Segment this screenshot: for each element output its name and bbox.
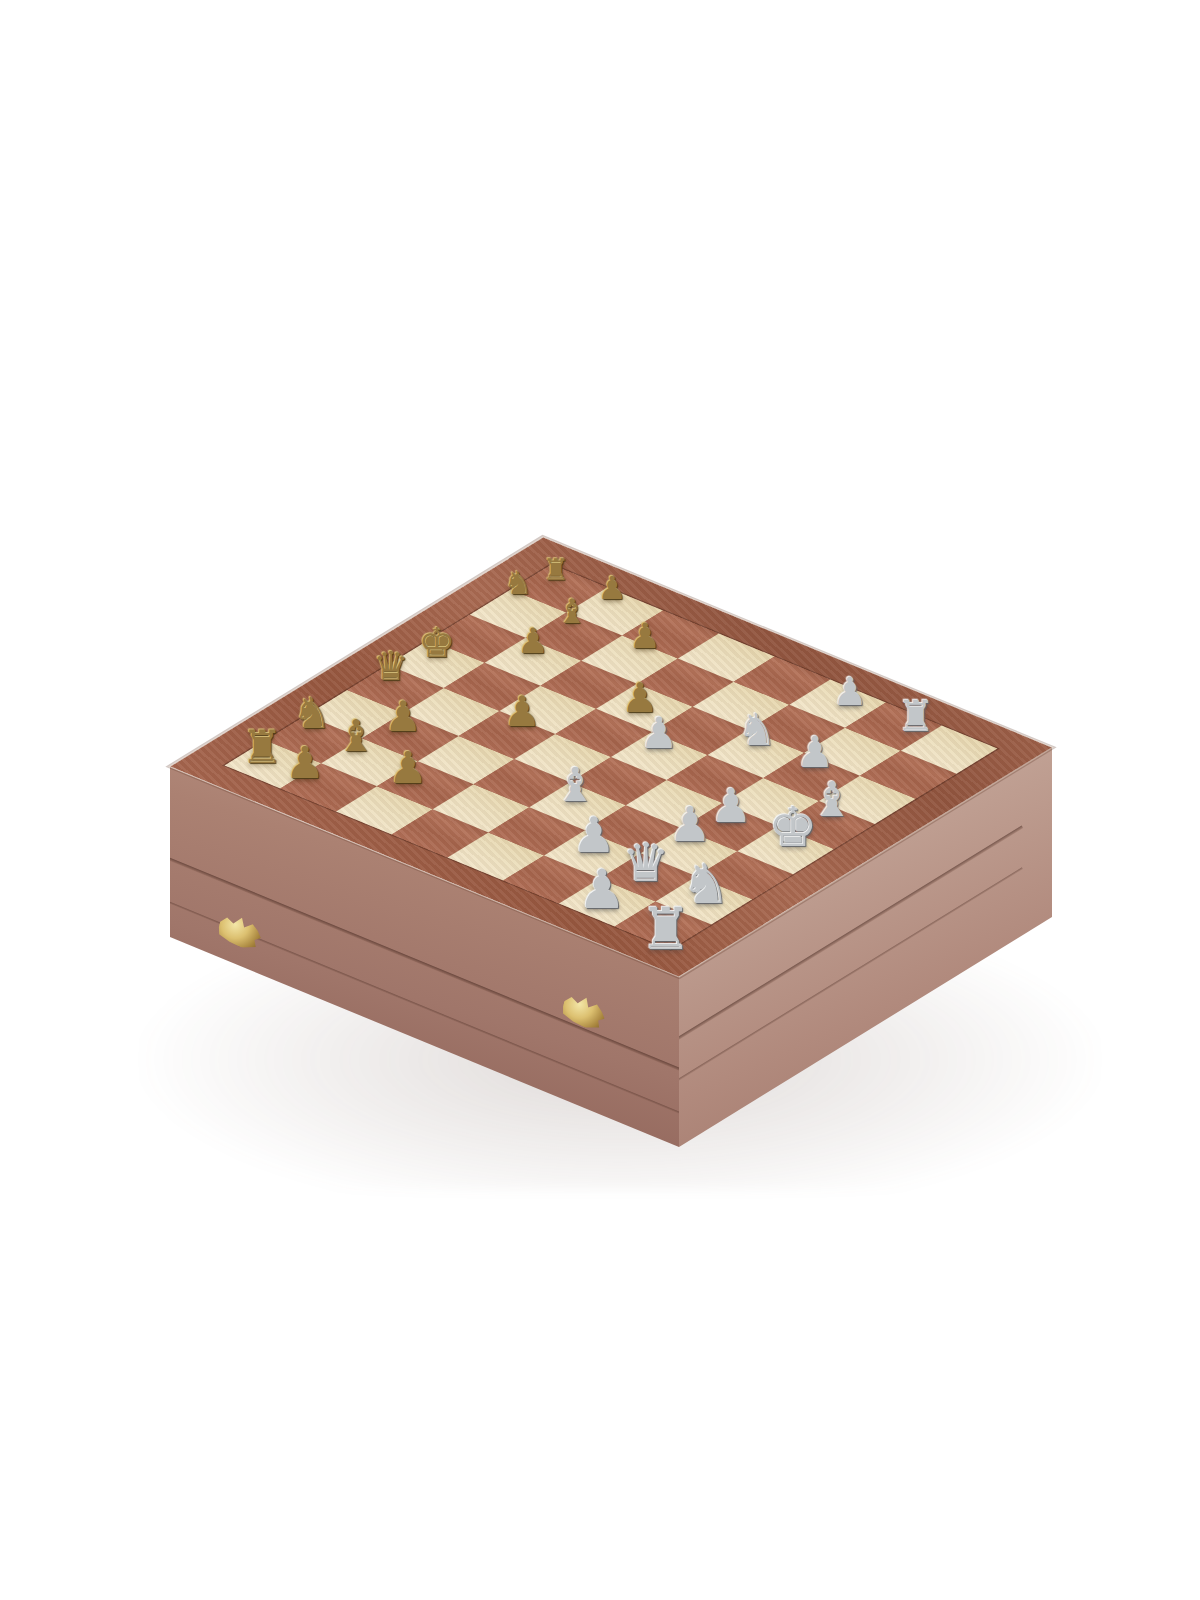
chess-piece-brass-P-f2[interactable]: ♟ [384,696,422,738]
chess-piece-brass-B-g2[interactable]: ♝ [336,714,375,758]
chess-piece-brass-Q-e1[interactable]: ♛ [373,646,409,686]
chess-piece-silver-P-f7[interactable]: ♟ [668,800,711,848]
chess-piece-brass-P-a2[interactable]: ♟ [598,572,627,604]
chess-piece-brass-N-b1[interactable]: ♞ [504,567,533,599]
chess-piece-silver-P-h7[interactable]: ♟ [578,863,626,917]
chess-piece-brass-P-g3[interactable]: ♟ [388,746,427,790]
chess-piece-silver-R-a7[interactable]: ♜ [897,695,936,738]
chess-piece-brass-R-h1[interactable]: ♜ [241,724,282,770]
chess-piece-brass-P-h2[interactable]: ♟ [285,741,324,785]
chess-piece-brass-K-d1[interactable]: ♚ [419,623,456,664]
chess-piece-silver-P-g6[interactable]: ♟ [572,811,616,860]
chess-piece-brass-R-a1[interactable]: ♜ [543,555,570,585]
chess-piece-silver-Q-g7[interactable]: ♛ [622,836,670,889]
product-photo-scene: ♜♞♟♝♟♟♚♛♟♟♟♞♟♜♞♟♝♜♟♟♟♝♝♟♟♚♟♛♞♟♜ [0,0,1200,1600]
chess-piece-brass-P-c2[interactable]: ♟ [517,624,548,659]
chess-piece-silver-P-a6[interactable]: ♟ [833,672,868,711]
chess-piece-brass-B-b2[interactable]: ♝ [557,594,587,628]
chess-piece-silver-P-e7[interactable]: ♟ [710,782,752,829]
chess-piece-brass-N-g1[interactable]: ♞ [293,692,332,735]
chess-piece-silver-K-e8[interactable]: ♚ [768,800,817,855]
chess-piece-brass-P-a3[interactable]: ♟ [629,619,660,654]
chess-piece-silver-P-c7[interactable]: ♟ [796,731,835,774]
chess-piece-silver-B-f5[interactable]: ♝ [554,761,596,808]
chess-piece-brass-P-d3[interactable]: ♟ [503,691,541,733]
chess-piece-silver-R-h8[interactable]: ♜ [640,900,692,958]
chess-piece-silver-N-c6[interactable]: ♞ [737,708,776,752]
chess-piece-silver-P-d5[interactable]: ♟ [640,712,679,755]
